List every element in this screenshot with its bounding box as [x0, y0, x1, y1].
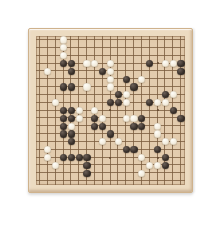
intersection-10-6[interactable]: [107, 75, 115, 83]
intersection-16-2[interactable]: [154, 44, 162, 52]
intersection-16-18[interactable]: [154, 169, 162, 177]
intersection-2-6[interactable]: [44, 75, 52, 83]
intersection-13-12[interactable]: [130, 122, 138, 130]
intersection-9-1[interactable]: [99, 36, 107, 44]
intersection-13-17[interactable]: [130, 161, 138, 169]
intersection-8-18[interactable]: [91, 169, 99, 177]
intersection-12-16[interactable]: [122, 154, 130, 162]
intersection-16-17[interactable]: [154, 161, 162, 169]
intersection-19-12[interactable]: [177, 122, 185, 130]
intersection-17-3[interactable]: [161, 52, 169, 60]
intersection-13-8[interactable]: [130, 91, 138, 99]
intersection-10-9[interactable]: [107, 99, 115, 107]
intersection-3-10[interactable]: [52, 107, 60, 115]
intersection-5-7[interactable]: [67, 83, 75, 91]
intersection-14-4[interactable]: [138, 60, 146, 68]
intersection-16-10[interactable]: [154, 107, 162, 115]
intersection-4-9[interactable]: [60, 99, 68, 107]
intersection-10-4[interactable]: [107, 60, 115, 68]
intersection-5-12[interactable]: [67, 122, 75, 130]
intersection-16-11[interactable]: [154, 114, 162, 122]
intersection-6-19[interactable]: [75, 177, 83, 185]
intersection-9-17[interactable]: [99, 161, 107, 169]
intersection-2-17[interactable]: [44, 161, 52, 169]
intersection-18-19[interactable]: [169, 177, 177, 185]
intersection-8-13[interactable]: [91, 130, 99, 138]
intersection-1-7[interactable]: [36, 83, 44, 91]
intersection-9-14[interactable]: [99, 138, 107, 146]
intersection-11-14[interactable]: [114, 138, 122, 146]
intersection-19-18[interactable]: [177, 169, 185, 177]
intersection-7-2[interactable]: [83, 44, 91, 52]
intersection-8-8[interactable]: [91, 91, 99, 99]
intersection-9-16[interactable]: [99, 154, 107, 162]
intersection-15-18[interactable]: [146, 169, 154, 177]
intersection-5-16[interactable]: [67, 154, 75, 162]
intersection-4-3[interactable]: [60, 52, 68, 60]
intersection-2-13[interactable]: [44, 130, 52, 138]
intersection-15-12[interactable]: [146, 122, 154, 130]
intersection-10-18[interactable]: [107, 169, 115, 177]
intersection-18-9[interactable]: [169, 99, 177, 107]
intersection-14-9[interactable]: [138, 99, 146, 107]
intersection-11-3[interactable]: [114, 52, 122, 60]
intersection-12-13[interactable]: [122, 130, 130, 138]
intersection-18-3[interactable]: [169, 52, 177, 60]
intersection-10-12[interactable]: [107, 122, 115, 130]
intersection-16-14[interactable]: [154, 138, 162, 146]
intersection-6-18[interactable]: [75, 169, 83, 177]
intersection-17-13[interactable]: [161, 130, 169, 138]
intersection-19-4[interactable]: [177, 60, 185, 68]
intersection-5-4[interactable]: [67, 60, 75, 68]
intersection-1-19[interactable]: [36, 177, 44, 185]
intersection-6-7[interactable]: [75, 83, 83, 91]
intersection-12-18[interactable]: [122, 169, 130, 177]
intersection-2-19[interactable]: [44, 177, 52, 185]
intersection-15-3[interactable]: [146, 52, 154, 60]
intersection-8-6[interactable]: [91, 75, 99, 83]
intersection-9-3[interactable]: [99, 52, 107, 60]
intersection-18-4[interactable]: [169, 60, 177, 68]
intersection-10-13[interactable]: [107, 130, 115, 138]
intersection-9-10[interactable]: [99, 107, 107, 115]
intersection-5-2[interactable]: [67, 44, 75, 52]
intersection-13-11[interactable]: [130, 114, 138, 122]
intersection-14-6[interactable]: [138, 75, 146, 83]
intersection-8-7[interactable]: [91, 83, 99, 91]
intersection-2-8[interactable]: [44, 91, 52, 99]
intersection-17-15[interactable]: [161, 146, 169, 154]
intersection-2-2[interactable]: [44, 44, 52, 52]
intersection-15-5[interactable]: [146, 67, 154, 75]
intersection-15-8[interactable]: [146, 91, 154, 99]
intersection-8-1[interactable]: [91, 36, 99, 44]
intersection-3-15[interactable]: [52, 146, 60, 154]
intersection-11-11[interactable]: [114, 114, 122, 122]
intersection-17-12[interactable]: [161, 122, 169, 130]
intersection-12-5[interactable]: [122, 67, 130, 75]
intersection-9-9[interactable]: [99, 99, 107, 107]
intersection-2-16[interactable]: [44, 154, 52, 162]
intersection-13-9[interactable]: [130, 99, 138, 107]
intersection-11-2[interactable]: [114, 44, 122, 52]
intersection-7-8[interactable]: [83, 91, 91, 99]
intersection-5-17[interactable]: [67, 161, 75, 169]
intersection-5-14[interactable]: [67, 138, 75, 146]
intersection-10-7[interactable]: [107, 83, 115, 91]
intersection-1-4[interactable]: [36, 60, 44, 68]
intersection-16-1[interactable]: [154, 36, 162, 44]
intersection-8-2[interactable]: [91, 44, 99, 52]
intersection-17-10[interactable]: [161, 107, 169, 115]
intersection-19-19[interactable]: [177, 177, 185, 185]
intersection-18-17[interactable]: [169, 161, 177, 169]
intersection-6-2[interactable]: [75, 44, 83, 52]
intersection-3-4[interactable]: [52, 60, 60, 68]
intersection-18-5[interactable]: [169, 67, 177, 75]
intersection-11-12[interactable]: [114, 122, 122, 130]
intersection-18-15[interactable]: [169, 146, 177, 154]
intersection-14-15[interactable]: [138, 146, 146, 154]
intersection-13-14[interactable]: [130, 138, 138, 146]
intersection-9-4[interactable]: [99, 60, 107, 68]
intersection-1-18[interactable]: [36, 169, 44, 177]
intersection-17-16[interactable]: [161, 154, 169, 162]
intersection-18-13[interactable]: [169, 130, 177, 138]
intersection-14-14[interactable]: [138, 138, 146, 146]
intersection-1-9[interactable]: [36, 99, 44, 107]
intersection-15-9[interactable]: [146, 99, 154, 107]
intersection-1-3[interactable]: [36, 52, 44, 60]
intersection-16-7[interactable]: [154, 83, 162, 91]
intersection-4-8[interactable]: [60, 91, 68, 99]
intersection-11-9[interactable]: [114, 99, 122, 107]
intersection-4-16[interactable]: [60, 154, 68, 162]
intersection-10-10[interactable]: [107, 107, 115, 115]
intersection-19-14[interactable]: [177, 138, 185, 146]
intersection-2-10[interactable]: [44, 107, 52, 115]
intersection-12-12[interactable]: [122, 122, 130, 130]
intersection-18-16[interactable]: [169, 154, 177, 162]
intersection-12-19[interactable]: [122, 177, 130, 185]
intersection-17-9[interactable]: [161, 99, 169, 107]
intersection-3-14[interactable]: [52, 138, 60, 146]
intersection-9-11[interactable]: [99, 114, 107, 122]
intersection-11-7[interactable]: [114, 83, 122, 91]
intersection-2-9[interactable]: [44, 99, 52, 107]
intersection-17-18[interactable]: [161, 169, 169, 177]
intersection-16-8[interactable]: [154, 91, 162, 99]
intersection-10-1[interactable]: [107, 36, 115, 44]
intersection-3-17[interactable]: [52, 161, 60, 169]
intersection-12-1[interactable]: [122, 36, 130, 44]
intersection-2-5[interactable]: [44, 67, 52, 75]
intersection-15-11[interactable]: [146, 114, 154, 122]
intersection-12-3[interactable]: [122, 52, 130, 60]
intersection-11-15[interactable]: [114, 146, 122, 154]
intersection-9-5[interactable]: [99, 67, 107, 75]
intersection-15-10[interactable]: [146, 107, 154, 115]
intersection-12-15[interactable]: [122, 146, 130, 154]
intersection-3-5[interactable]: [52, 67, 60, 75]
intersection-3-19[interactable]: [52, 177, 60, 185]
intersection-18-8[interactable]: [169, 91, 177, 99]
intersection-14-3[interactable]: [138, 52, 146, 60]
intersection-6-10[interactable]: [75, 107, 83, 115]
intersection-4-14[interactable]: [60, 138, 68, 146]
intersection-12-9[interactable]: [122, 99, 130, 107]
intersection-17-5[interactable]: [161, 67, 169, 75]
intersection-5-15[interactable]: [67, 146, 75, 154]
intersection-4-11[interactable]: [60, 114, 68, 122]
intersection-7-13[interactable]: [83, 130, 91, 138]
intersection-19-3[interactable]: [177, 52, 185, 60]
intersection-5-18[interactable]: [67, 169, 75, 177]
intersection-15-4[interactable]: [146, 60, 154, 68]
intersection-18-6[interactable]: [169, 75, 177, 83]
intersection-8-17[interactable]: [91, 161, 99, 169]
intersection-5-9[interactable]: [67, 99, 75, 107]
intersection-17-14[interactable]: [161, 138, 169, 146]
intersection-16-12[interactable]: [154, 122, 162, 130]
intersection-3-3[interactable]: [52, 52, 60, 60]
intersection-16-4[interactable]: [154, 60, 162, 68]
intersection-8-19[interactable]: [91, 177, 99, 185]
intersection-7-15[interactable]: [83, 146, 91, 154]
intersection-3-6[interactable]: [52, 75, 60, 83]
intersection-4-1[interactable]: [60, 36, 68, 44]
intersection-14-1[interactable]: [138, 36, 146, 44]
intersection-4-19[interactable]: [60, 177, 68, 185]
intersection-6-13[interactable]: [75, 130, 83, 138]
intersection-13-5[interactable]: [130, 67, 138, 75]
intersection-17-1[interactable]: [161, 36, 169, 44]
intersection-1-11[interactable]: [36, 114, 44, 122]
intersection-12-4[interactable]: [122, 60, 130, 68]
intersection-4-4[interactable]: [60, 60, 68, 68]
intersection-19-9[interactable]: [177, 99, 185, 107]
intersection-17-11[interactable]: [161, 114, 169, 122]
intersection-4-12[interactable]: [60, 122, 68, 130]
intersection-14-7[interactable]: [138, 83, 146, 91]
intersection-4-7[interactable]: [60, 83, 68, 91]
intersection-14-19[interactable]: [138, 177, 146, 185]
intersection-16-15[interactable]: [154, 146, 162, 154]
intersection-12-6[interactable]: [122, 75, 130, 83]
intersection-18-1[interactable]: [169, 36, 177, 44]
intersection-13-1[interactable]: [130, 36, 138, 44]
intersection-7-12[interactable]: [83, 122, 91, 130]
intersection-1-13[interactable]: [36, 130, 44, 138]
intersection-12-14[interactable]: [122, 138, 130, 146]
intersection-19-13[interactable]: [177, 130, 185, 138]
intersection-2-1[interactable]: [44, 36, 52, 44]
intersection-14-18[interactable]: [138, 169, 146, 177]
intersection-9-8[interactable]: [99, 91, 107, 99]
intersection-13-19[interactable]: [130, 177, 138, 185]
intersection-11-18[interactable]: [114, 169, 122, 177]
intersection-4-18[interactable]: [60, 169, 68, 177]
intersection-11-13[interactable]: [114, 130, 122, 138]
intersection-13-7[interactable]: [130, 83, 138, 91]
intersection-10-15[interactable]: [107, 146, 115, 154]
intersection-7-18[interactable]: [83, 169, 91, 177]
intersection-5-5[interactable]: [67, 67, 75, 75]
intersection-18-18[interactable]: [169, 169, 177, 177]
intersection-3-2[interactable]: [52, 44, 60, 52]
intersection-8-4[interactable]: [91, 60, 99, 68]
intersection-9-15[interactable]: [99, 146, 107, 154]
intersection-2-18[interactable]: [44, 169, 52, 177]
intersection-17-2[interactable]: [161, 44, 169, 52]
intersection-13-13[interactable]: [130, 130, 138, 138]
intersection-13-6[interactable]: [130, 75, 138, 83]
intersection-3-1[interactable]: [52, 36, 60, 44]
intersection-18-12[interactable]: [169, 122, 177, 130]
intersection-6-4[interactable]: [75, 60, 83, 68]
intersection-7-7[interactable]: [83, 83, 91, 91]
intersection-19-10[interactable]: [177, 107, 185, 115]
intersection-14-13[interactable]: [138, 130, 146, 138]
intersection-9-6[interactable]: [99, 75, 107, 83]
intersection-19-5[interactable]: [177, 67, 185, 75]
intersection-19-7[interactable]: [177, 83, 185, 91]
intersection-15-17[interactable]: [146, 161, 154, 169]
intersection-10-16[interactable]: [107, 154, 115, 162]
intersection-13-18[interactable]: [130, 169, 138, 177]
intersection-14-10[interactable]: [138, 107, 146, 115]
intersection-18-7[interactable]: [169, 83, 177, 91]
intersection-7-4[interactable]: [83, 60, 91, 68]
intersection-8-11[interactable]: [91, 114, 99, 122]
intersection-4-17[interactable]: [60, 161, 68, 169]
intersection-16-19[interactable]: [154, 177, 162, 185]
intersection-6-9[interactable]: [75, 99, 83, 107]
intersection-7-3[interactable]: [83, 52, 91, 60]
intersection-5-11[interactable]: [67, 114, 75, 122]
intersection-6-17[interactable]: [75, 161, 83, 169]
intersection-17-17[interactable]: [161, 161, 169, 169]
intersection-10-3[interactable]: [107, 52, 115, 60]
intersection-10-5[interactable]: [107, 67, 115, 75]
intersection-17-7[interactable]: [161, 83, 169, 91]
intersection-12-17[interactable]: [122, 161, 130, 169]
intersection-2-12[interactable]: [44, 122, 52, 130]
intersection-15-7[interactable]: [146, 83, 154, 91]
intersection-1-17[interactable]: [36, 161, 44, 169]
intersection-8-5[interactable]: [91, 67, 99, 75]
intersection-3-16[interactable]: [52, 154, 60, 162]
intersection-16-9[interactable]: [154, 99, 162, 107]
intersection-14-16[interactable]: [138, 154, 146, 162]
intersection-11-10[interactable]: [114, 107, 122, 115]
intersection-4-15[interactable]: [60, 146, 68, 154]
intersection-6-16[interactable]: [75, 154, 83, 162]
intersection-8-14[interactable]: [91, 138, 99, 146]
intersection-19-16[interactable]: [177, 154, 185, 162]
intersection-19-11[interactable]: [177, 114, 185, 122]
intersection-18-10[interactable]: [169, 107, 177, 115]
intersection-13-3[interactable]: [130, 52, 138, 60]
intersection-7-14[interactable]: [83, 138, 91, 146]
intersection-4-13[interactable]: [60, 130, 68, 138]
intersection-9-13[interactable]: [99, 130, 107, 138]
intersection-19-6[interactable]: [177, 75, 185, 83]
intersection-8-16[interactable]: [91, 154, 99, 162]
intersection-19-17[interactable]: [177, 161, 185, 169]
intersection-12-11[interactable]: [122, 114, 130, 122]
intersection-9-12[interactable]: [99, 122, 107, 130]
intersection-3-13[interactable]: [52, 130, 60, 138]
intersection-11-16[interactable]: [114, 154, 122, 162]
intersection-15-14[interactable]: [146, 138, 154, 146]
intersection-15-2[interactable]: [146, 44, 154, 52]
intersection-3-9[interactable]: [52, 99, 60, 107]
intersection-1-16[interactable]: [36, 154, 44, 162]
intersection-2-4[interactable]: [44, 60, 52, 68]
intersection-15-16[interactable]: [146, 154, 154, 162]
intersection-16-16[interactable]: [154, 154, 162, 162]
intersection-3-8[interactable]: [52, 91, 60, 99]
intersection-12-8[interactable]: [122, 91, 130, 99]
intersection-7-17[interactable]: [83, 161, 91, 169]
intersection-3-12[interactable]: [52, 122, 60, 130]
intersection-7-5[interactable]: [83, 67, 91, 75]
intersection-14-11[interactable]: [138, 114, 146, 122]
intersection-1-8[interactable]: [36, 91, 44, 99]
intersection-11-8[interactable]: [114, 91, 122, 99]
intersection-8-3[interactable]: [91, 52, 99, 60]
intersection-10-2[interactable]: [107, 44, 115, 52]
intersection-11-5[interactable]: [114, 67, 122, 75]
intersection-11-6[interactable]: [114, 75, 122, 83]
intersection-9-18[interactable]: [99, 169, 107, 177]
intersection-6-8[interactable]: [75, 91, 83, 99]
intersection-6-3[interactable]: [75, 52, 83, 60]
intersection-15-6[interactable]: [146, 75, 154, 83]
intersection-19-2[interactable]: [177, 44, 185, 52]
intersection-13-10[interactable]: [130, 107, 138, 115]
intersection-9-7[interactable]: [99, 83, 107, 91]
intersection-11-19[interactable]: [114, 177, 122, 185]
intersection-2-14[interactable]: [44, 138, 52, 146]
intersection-7-11[interactable]: [83, 114, 91, 122]
intersection-11-4[interactable]: [114, 60, 122, 68]
intersection-16-3[interactable]: [154, 52, 162, 60]
intersection-13-4[interactable]: [130, 60, 138, 68]
intersection-3-11[interactable]: [52, 114, 60, 122]
intersection-7-19[interactable]: [83, 177, 91, 185]
intersection-2-7[interactable]: [44, 83, 52, 91]
intersection-13-15[interactable]: [130, 146, 138, 154]
intersection-17-19[interactable]: [161, 177, 169, 185]
intersection-4-2[interactable]: [60, 44, 68, 52]
intersection-12-7[interactable]: [122, 83, 130, 91]
intersection-4-10[interactable]: [60, 107, 68, 115]
intersection-16-6[interactable]: [154, 75, 162, 83]
intersection-12-2[interactable]: [122, 44, 130, 52]
intersection-15-15[interactable]: [146, 146, 154, 154]
intersection-15-13[interactable]: [146, 130, 154, 138]
intersection-10-14[interactable]: [107, 138, 115, 146]
intersection-11-1[interactable]: [114, 36, 122, 44]
intersection-6-14[interactable]: [75, 138, 83, 146]
intersection-16-5[interactable]: [154, 67, 162, 75]
intersection-9-2[interactable]: [99, 44, 107, 52]
intersection-5-8[interactable]: [67, 91, 75, 99]
intersection-14-17[interactable]: [138, 161, 146, 169]
